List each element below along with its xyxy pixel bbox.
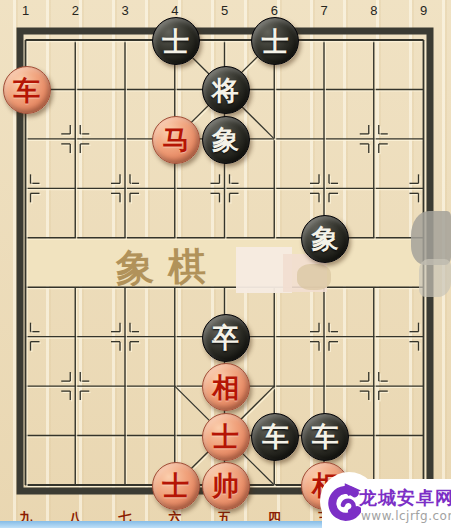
piece-black-chariot[interactable]: 车: [251, 413, 299, 461]
river-inscription: 象棋: [115, 241, 220, 295]
file-label-top-3: 3: [121, 3, 128, 18]
piece-black-elephant[interactable]: 象: [301, 215, 349, 263]
file-label-top-7: 7: [320, 3, 327, 18]
piece-glyph: 士: [162, 472, 189, 499]
piece-glyph: 车: [13, 77, 40, 104]
page-bottom-bar: [0, 521, 451, 528]
piece-black-advisor[interactable]: 士: [152, 17, 200, 65]
piece-black-general[interactable]: 将: [202, 66, 250, 114]
piece-red-general[interactable]: 帅: [202, 462, 250, 510]
piece-black-advisor[interactable]: 士: [251, 17, 299, 65]
piece-glyph: 卒: [212, 324, 239, 351]
file-label-top-4: 4: [171, 3, 178, 18]
file-label-top-5: 5: [221, 3, 228, 18]
piece-black-chariot[interactable]: 车: [301, 413, 349, 461]
file-label-top-8: 8: [370, 3, 377, 18]
piece-red-elephant[interactable]: 相: [301, 462, 349, 510]
piece-black-soldier[interactable]: 卒: [202, 314, 250, 362]
piece-red-horse[interactable]: 马: [152, 116, 200, 164]
piece-glyph: 士: [212, 423, 239, 450]
piece-glyph: 士: [162, 28, 189, 55]
file-label-top-9: 9: [420, 3, 427, 18]
piece-black-elephant[interactable]: 象: [202, 116, 250, 164]
piece-glyph: 马: [162, 126, 189, 153]
file-label-top-2: 2: [72, 3, 79, 18]
piece-red-chariot[interactable]: 车: [3, 66, 51, 114]
gray-smudge: [411, 211, 451, 265]
file-label-top-1: 1: [22, 3, 29, 18]
file-label-top-6: 6: [271, 3, 278, 18]
erased-watermark-patch: [297, 264, 331, 290]
piece-glyph: 相: [212, 374, 239, 401]
piece-glyph: 士: [262, 28, 289, 55]
piece-glyph: 车: [312, 423, 339, 450]
gray-smudge: [419, 259, 451, 297]
piece-glyph: 将: [212, 77, 239, 104]
piece-red-advisor[interactable]: 士: [202, 413, 250, 461]
piece-glyph: 帅: [212, 472, 239, 499]
piece-glyph: 象: [312, 225, 339, 252]
xiangqi-screenshot: 123456789 象棋 士士车将马象象卒相士车车士帅相 九八七六五四三二一 龙…: [0, 0, 451, 528]
piece-red-advisor[interactable]: 士: [152, 462, 200, 510]
piece-glyph: 车: [262, 423, 289, 450]
piece-red-elephant[interactable]: 相: [202, 363, 250, 411]
piece-glyph: 相: [312, 472, 339, 499]
piece-glyph: 象: [212, 126, 239, 153]
